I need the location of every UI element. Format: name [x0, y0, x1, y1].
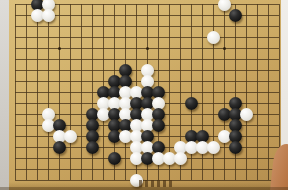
black-stone: [108, 152, 121, 165]
white-stone: [207, 31, 220, 44]
white-stone: [207, 141, 220, 154]
black-stone: [229, 9, 242, 22]
grid-line-horizontal: [15, 4, 279, 5]
black-stone: [229, 141, 242, 154]
black-stone: [53, 141, 66, 154]
star-point: [146, 47, 149, 50]
white-stone: [240, 108, 253, 121]
black-stone: [86, 141, 99, 154]
star-point: [58, 47, 61, 50]
grid-line-horizontal: [15, 37, 279, 38]
white-stone: [42, 9, 55, 22]
black-stone: [185, 97, 198, 110]
board-bottom-shadow: [0, 187, 288, 190]
grid-line-horizontal: [15, 59, 279, 60]
black-stone: [152, 119, 165, 132]
background-left-strip: [0, 0, 9, 190]
white-stone: [64, 130, 77, 143]
grid-line-horizontal: [15, 169, 279, 170]
star-point: [223, 47, 226, 50]
board-brand-mark: [139, 180, 173, 187]
go-board: [9, 0, 281, 190]
white-stone: [218, 0, 231, 11]
go-board-photo: [0, 0, 288, 190]
grid-line-horizontal: [15, 26, 279, 27]
white-stone: [174, 152, 187, 165]
